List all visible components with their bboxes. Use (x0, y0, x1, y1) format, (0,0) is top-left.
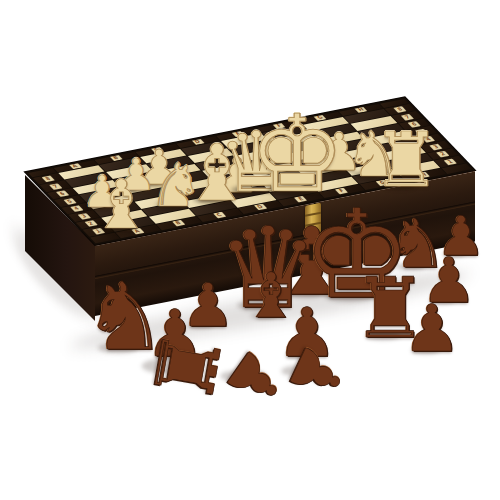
dark-pawn: ♟ (403, 296, 461, 361)
off-board-pieces-layer: ♟♞♝♚♟♛♝♟♜♞♟♟♟♜♟♟ (0, 0, 500, 500)
dark-rook: ♜ (140, 324, 232, 409)
chess-set-product-photo: ABCDEFGH8877665544332211ABCDEFGH ♟♟♞♟♜♟♟… (0, 0, 500, 500)
